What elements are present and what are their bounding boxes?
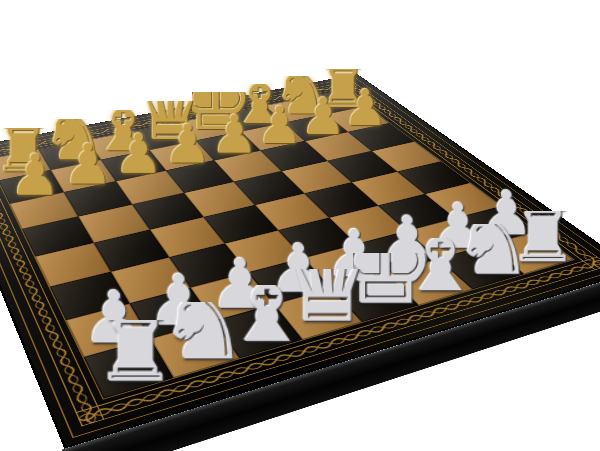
- pawn-glyph: ♟: [257, 101, 303, 150]
- chess-board: ♜♞♝♛♚♝♞♜♟♟♟♟♟♟♟♟♟♟♟♟♟♟♟♟♜♞♝♛♚♝♞♜: [0, 74, 600, 449]
- pawn-glyph: ♟: [343, 85, 388, 132]
- product-photo-scene: ♜♞♝♛♚♝♞♜♟♟♟♟♟♟♟♟♟♟♟♟♟♟♟♟♜♞♝♛♚♝♞♜: [0, 0, 600, 451]
- pawn-glyph: ♟: [164, 119, 212, 170]
- pawn-glyph: ♟: [10, 148, 61, 202]
- pawn-glyph: ♟: [301, 93, 346, 141]
- pawn-glyph: ♟: [211, 110, 258, 160]
- pawn-glyph: ♟: [63, 138, 113, 191]
- pawn-glyph: ♟: [114, 128, 163, 180]
- rook-glyph: ♜: [93, 303, 178, 393]
- piece-black-pawn-e7[interactable]: ♟: [210, 110, 260, 160]
- piece-white-knight-b1[interactable]: ♞: [168, 302, 238, 372]
